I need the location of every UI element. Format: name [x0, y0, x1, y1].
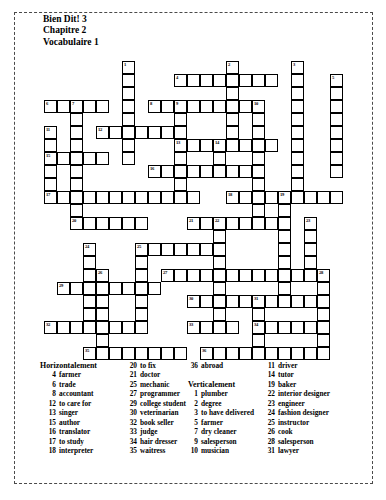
clue-text: doctor: [140, 370, 160, 379]
grid-cell[interactable]: [135, 126, 148, 139]
grid-cell[interactable]: [252, 217, 265, 230]
grid-cell[interactable]: 18: [226, 191, 239, 204]
clue-item: 25mechanic: [121, 380, 185, 389]
grid-cell[interactable]: [291, 100, 304, 113]
grid-cell[interactable]: [252, 74, 265, 87]
grid-cell[interactable]: [122, 321, 135, 334]
grid-cell[interactable]: 16: [148, 165, 161, 178]
grid-cell[interactable]: [213, 347, 226, 360]
clue-text: translator: [59, 427, 90, 436]
grid-cell[interactable]: [174, 191, 187, 204]
grid-cell[interactable]: [122, 113, 135, 126]
clue-number: 3: [182, 408, 198, 417]
grid-cell[interactable]: [83, 100, 96, 113]
grid-cell[interactable]: 7: [70, 100, 83, 113]
grid-cell[interactable]: [135, 295, 148, 308]
across-clues-header: Horizontalement: [40, 361, 124, 370]
grid-cell[interactable]: [44, 178, 57, 191]
grid-cell[interactable]: [83, 191, 96, 204]
grid-cell[interactable]: [122, 347, 135, 360]
grid-cell[interactable]: [239, 139, 252, 152]
grid-cell[interactable]: 6: [44, 100, 57, 113]
grid-cell[interactable]: [278, 256, 291, 269]
grid-cell[interactable]: [148, 347, 161, 360]
grid-cell[interactable]: [213, 243, 226, 256]
grid-cell[interactable]: [187, 74, 200, 87]
grid-cell[interactable]: [213, 152, 226, 165]
grid-cell[interactable]: [70, 321, 83, 334]
grid-cell[interactable]: [148, 243, 161, 256]
grid-cell[interactable]: 13: [174, 139, 187, 152]
grid-cell[interactable]: [265, 269, 278, 282]
worksheet-page: { "game": "crossword", "title_lines": ["…: [0, 0, 386, 500]
grid-cell[interactable]: [83, 217, 96, 230]
grid-cell[interactable]: [278, 282, 291, 295]
grid-cell[interactable]: 34: [252, 321, 265, 334]
grid-cell[interactable]: [174, 347, 187, 360]
grid-cell[interactable]: [148, 191, 161, 204]
grid-cell[interactable]: [252, 113, 265, 126]
grid-cell[interactable]: [278, 347, 291, 360]
grid-cell[interactable]: [135, 217, 148, 230]
grid-cell[interactable]: [291, 87, 304, 100]
clue-text: accountant: [59, 389, 93, 398]
grid-cell[interactable]: [96, 152, 109, 165]
grid-cell[interactable]: 27: [161, 269, 174, 282]
down-clues-header: Verticalement: [182, 380, 262, 389]
grid-cell[interactable]: [278, 321, 291, 334]
grid-cell[interactable]: [187, 100, 200, 113]
grid-cell[interactable]: [135, 308, 148, 321]
grid-cell[interactable]: [265, 321, 278, 334]
grid-cell[interactable]: [291, 269, 304, 282]
grid-cell[interactable]: 3: [291, 61, 304, 74]
grid-cell[interactable]: [304, 230, 317, 243]
clue-item: 8accountant: [40, 389, 124, 398]
grid-cell[interactable]: [226, 87, 239, 100]
grid-cell[interactable]: 32: [44, 321, 57, 334]
grid-cell[interactable]: [83, 152, 96, 165]
grid-cell[interactable]: [252, 139, 265, 152]
clue-item: 17to study: [40, 437, 124, 446]
grid-cell[interactable]: [213, 321, 226, 334]
grid-cell[interactable]: [187, 139, 200, 152]
title-line-1: Bien Dit! 3: [43, 14, 99, 25]
grid-cell[interactable]: [304, 347, 317, 360]
grid-cell[interactable]: 33: [187, 321, 200, 334]
grid-cell[interactable]: [265, 74, 278, 87]
grid-cell[interactable]: [291, 347, 304, 360]
grid-cell[interactable]: [252, 204, 265, 217]
clue-item: 36abroad: [182, 361, 262, 370]
grid-cell[interactable]: [83, 282, 96, 295]
grid-cell[interactable]: [70, 165, 83, 178]
grid-cell[interactable]: 8: [148, 100, 161, 113]
grid-cell[interactable]: [226, 100, 239, 113]
grid-cell[interactable]: [239, 217, 252, 230]
clue-number: 18: [40, 446, 56, 455]
grid-cell[interactable]: [213, 74, 226, 87]
grid-cell[interactable]: 35: [83, 347, 96, 360]
grid-cell[interactable]: 4: [174, 74, 187, 87]
grid-cell[interactable]: [213, 256, 226, 269]
grid-cell[interactable]: [174, 113, 187, 126]
grid-cell[interactable]: [135, 321, 148, 334]
grid-cell[interactable]: [161, 100, 174, 113]
grid-cell[interactable]: [226, 295, 239, 308]
grid-cell[interactable]: [200, 243, 213, 256]
clue-item: 29college student: [121, 399, 185, 408]
grid-cell[interactable]: [122, 100, 135, 113]
grid-cell[interactable]: 17: [44, 191, 57, 204]
grid-cell[interactable]: [317, 321, 330, 334]
grid-cell[interactable]: [330, 139, 343, 152]
cell-number: 36: [202, 348, 206, 353]
cell-number: 33: [189, 322, 193, 327]
grid-cell[interactable]: [70, 139, 83, 152]
grid-cell[interactable]: [291, 139, 304, 152]
grid-cell[interactable]: [122, 126, 135, 139]
grid-cell[interactable]: [304, 269, 317, 282]
grid-cell[interactable]: [239, 191, 252, 204]
grid-cell[interactable]: [265, 347, 278, 360]
grid-cell[interactable]: [330, 165, 343, 178]
grid-cell[interactable]: [226, 126, 239, 139]
grid-cell[interactable]: [226, 165, 239, 178]
grid-cell[interactable]: [44, 165, 57, 178]
grid-cell[interactable]: [96, 347, 109, 360]
grid-cell[interactable]: [200, 321, 213, 334]
grid-cell[interactable]: [252, 178, 265, 191]
grid-cell[interactable]: 24: [83, 243, 96, 256]
grid-cell[interactable]: [239, 269, 252, 282]
clue-text: engineer: [278, 399, 305, 408]
grid-cell[interactable]: 23: [304, 217, 317, 230]
grid-cell[interactable]: [330, 126, 343, 139]
grid-cell[interactable]: [213, 295, 226, 308]
grid-cell[interactable]: [278, 204, 291, 217]
grid-cell[interactable]: [265, 191, 278, 204]
clue-number: 1: [182, 389, 198, 398]
grid-cell[interactable]: [278, 243, 291, 256]
clue-item: 27programmer: [121, 389, 185, 398]
grid-cell[interactable]: [109, 217, 122, 230]
grid-cell[interactable]: [83, 308, 96, 321]
grid-cell[interactable]: [148, 282, 161, 295]
grid-cell[interactable]: [213, 165, 226, 178]
grid-cell[interactable]: 28: [317, 269, 330, 282]
grid-cell[interactable]: [291, 178, 304, 191]
clue-number: 25: [121, 380, 137, 389]
clue-number: 6: [40, 380, 56, 389]
grid-cell[interactable]: [57, 191, 70, 204]
grid-cell[interactable]: [304, 295, 317, 308]
grid-cell[interactable]: [330, 191, 343, 204]
grid-cell[interactable]: [252, 165, 265, 178]
grid-cell[interactable]: [317, 334, 330, 347]
clue-number: 20: [121, 361, 137, 370]
grid-cell[interactable]: [122, 87, 135, 100]
grid-cell[interactable]: [291, 295, 304, 308]
grid-cell[interactable]: [226, 74, 239, 87]
grid-cell[interactable]: [96, 321, 109, 334]
grid-cell[interactable]: [109, 191, 122, 204]
worksheet-title: Bien Dit! 3 Chapitre 2 Vocabulaire 1: [43, 14, 99, 48]
grid-cell[interactable]: 2: [226, 61, 239, 74]
clue-item: 18interpreter: [40, 446, 124, 455]
grid-cell[interactable]: [96, 100, 109, 113]
grid-cell[interactable]: [330, 87, 343, 100]
grid-cell[interactable]: [161, 243, 174, 256]
grid-cell[interactable]: [291, 113, 304, 126]
clue-item: 12to care for: [40, 399, 124, 408]
grid-cell[interactable]: 5: [330, 74, 343, 87]
grid-cell[interactable]: [239, 165, 252, 178]
grid-cell[interactable]: 20: [70, 217, 83, 230]
cell-number: 13: [176, 140, 180, 145]
grid-cell[interactable]: 22: [213, 217, 226, 230]
grid-cell[interactable]: [226, 347, 239, 360]
grid-cell[interactable]: 21: [187, 217, 200, 230]
grid-cell[interactable]: [135, 191, 148, 204]
grid-cell[interactable]: [70, 282, 83, 295]
grid-cell[interactable]: [135, 269, 148, 282]
grid-cell[interactable]: [57, 152, 70, 165]
grid-cell[interactable]: [122, 217, 135, 230]
grid-cell[interactable]: [291, 152, 304, 165]
grid-cell[interactable]: [226, 217, 239, 230]
grid-cell[interactable]: [122, 282, 135, 295]
grid-cell[interactable]: [96, 308, 109, 321]
cell-number: 14: [215, 140, 219, 145]
grid-cell[interactable]: [200, 74, 213, 87]
grid-cell[interactable]: [252, 334, 265, 347]
grid-cell[interactable]: [122, 152, 135, 165]
clue-item: 10musician: [182, 446, 262, 455]
grid-cell[interactable]: [226, 113, 239, 126]
grid-cell[interactable]: [70, 191, 83, 204]
grid-cell[interactable]: [96, 191, 109, 204]
grid-cell[interactable]: [187, 191, 200, 204]
grid-cell[interactable]: [291, 165, 304, 178]
grid-cell[interactable]: [213, 100, 226, 113]
cell-number: 34: [254, 322, 258, 327]
grid-cell[interactable]: [70, 126, 83, 139]
grid-cell[interactable]: [83, 269, 96, 282]
grid-cell[interactable]: [174, 243, 187, 256]
grid-cell[interactable]: [109, 347, 122, 360]
clue-number: 12: [40, 399, 56, 408]
grid-cell[interactable]: [304, 256, 317, 269]
grid-cell[interactable]: [174, 152, 187, 165]
grid-cell[interactable]: [96, 295, 109, 308]
grid-cell[interactable]: [148, 126, 161, 139]
clue-number: 35: [121, 446, 137, 455]
grid-cell[interactable]: 14: [213, 139, 226, 152]
clue-text: to study: [59, 437, 84, 446]
clue-item: 9salesperson: [182, 437, 262, 446]
clue-text: programmer: [140, 389, 180, 398]
grid-cell[interactable]: [239, 347, 252, 360]
grid-cell[interactable]: [57, 321, 70, 334]
grid-cell[interactable]: [278, 269, 291, 282]
cell-number: 21: [189, 218, 193, 223]
clue-number: 27: [121, 389, 137, 398]
clue-item: 7dry cleaner: [182, 427, 262, 436]
grid-cell[interactable]: 29: [57, 282, 70, 295]
clue-number: 8: [40, 389, 56, 398]
grid-cell[interactable]: [161, 126, 174, 139]
cell-number: 2: [228, 62, 230, 67]
grid-cell[interactable]: [200, 100, 213, 113]
grid-cell[interactable]: [161, 191, 174, 204]
cell-number: 9: [176, 101, 178, 106]
grid-cell[interactable]: 30: [187, 295, 200, 308]
grid-cell[interactable]: 26: [96, 269, 109, 282]
grid-cell[interactable]: [161, 347, 174, 360]
grid-cell[interactable]: [304, 191, 317, 204]
grid-cell[interactable]: [161, 165, 174, 178]
grid-cell[interactable]: [317, 191, 330, 204]
grid-cell[interactable]: [239, 74, 252, 87]
grid-cell[interactable]: 31: [252, 295, 265, 308]
grid-cell[interactable]: [174, 126, 187, 139]
grid-cell[interactable]: [278, 295, 291, 308]
grid-cell[interactable]: [109, 126, 122, 139]
grid-cell[interactable]: 9: [174, 100, 187, 113]
cell-number: 30: [189, 296, 193, 301]
grid-cell[interactable]: [44, 139, 57, 152]
grid-cell[interactable]: [200, 269, 213, 282]
grid-cell[interactable]: [252, 269, 265, 282]
grid-cell[interactable]: [239, 295, 252, 308]
grid-cell[interactable]: [187, 165, 200, 178]
grid-cell[interactable]: [213, 269, 226, 282]
clue-number: 31: [259, 446, 275, 455]
grid-cell[interactable]: [96, 282, 109, 295]
grid-cell[interactable]: 1: [122, 61, 135, 74]
grid-cell[interactable]: [70, 113, 83, 126]
grid-cell[interactable]: [291, 321, 304, 334]
grid-cell[interactable]: [317, 308, 330, 321]
grid-cell[interactable]: [239, 100, 252, 113]
cell-number: 25: [137, 244, 141, 249]
grid-cell[interactable]: [330, 113, 343, 126]
clue-text: to fix: [140, 361, 156, 370]
grid-cell[interactable]: [252, 308, 265, 321]
grid-cell[interactable]: [278, 230, 291, 243]
grid-cell[interactable]: [252, 152, 265, 165]
grid-cell[interactable]: [265, 217, 278, 230]
grid-cell[interactable]: [252, 347, 265, 360]
grid-cell[interactable]: [109, 321, 122, 334]
grid-cell[interactable]: [200, 139, 213, 152]
grid-cell[interactable]: [200, 295, 213, 308]
grid-cell[interactable]: [135, 282, 148, 295]
grid-cell[interactable]: [174, 165, 187, 178]
grid-cell[interactable]: 15: [44, 152, 57, 165]
grid-cell[interactable]: [57, 100, 70, 113]
grid-cell[interactable]: [174, 269, 187, 282]
grid-cell[interactable]: [226, 321, 239, 334]
grid-cell[interactable]: [291, 126, 304, 139]
grid-cell[interactable]: [291, 191, 304, 204]
grid-cell[interactable]: [252, 191, 265, 204]
grid-cell[interactable]: [252, 126, 265, 139]
grid-cell[interactable]: 11: [44, 126, 57, 139]
cell-number: 15: [46, 153, 50, 158]
grid-cell[interactable]: [96, 217, 109, 230]
grid-cell[interactable]: [200, 217, 213, 230]
grid-cell[interactable]: [278, 217, 291, 230]
grid-cell[interactable]: [226, 139, 239, 152]
clue-text: judge: [140, 427, 157, 436]
grid-cell[interactable]: [200, 165, 213, 178]
grid-cell[interactable]: [304, 243, 317, 256]
grid-cell[interactable]: [135, 256, 148, 269]
clue-number: 36: [182, 361, 198, 370]
clue-number: 11: [259, 361, 275, 370]
grid-cell[interactable]: 25: [135, 243, 148, 256]
clue-number: 5: [182, 418, 198, 427]
grid-cell[interactable]: [135, 347, 148, 360]
grid-cell[interactable]: [317, 295, 330, 308]
clue-item: 28salesperson: [259, 437, 345, 446]
grid-cell[interactable]: [226, 269, 239, 282]
grid-cell[interactable]: [70, 152, 83, 165]
grid-cell[interactable]: [109, 282, 122, 295]
grid-cell[interactable]: [317, 347, 330, 360]
cell-number: 17: [46, 192, 50, 197]
grid-cell[interactable]: [83, 256, 96, 269]
grid-cell[interactable]: 10: [252, 100, 265, 113]
clue-text: fashion designer: [278, 408, 329, 417]
grid-cell[interactable]: [213, 308, 226, 321]
grid-cell[interactable]: 19: [278, 191, 291, 204]
grid-cell[interactable]: [122, 139, 135, 152]
grid-cell[interactable]: 36: [200, 347, 213, 360]
clue-text: driver: [278, 361, 297, 370]
grid-cell[interactable]: [70, 178, 83, 191]
grid-cell[interactable]: [213, 230, 226, 243]
grid-cell[interactable]: [174, 178, 187, 191]
grid-cell[interactable]: [330, 100, 343, 113]
grid-cell[interactable]: [213, 282, 226, 295]
clue-text: interpreter: [59, 446, 93, 455]
grid-cell[interactable]: [330, 152, 343, 165]
grid-cell[interactable]: [265, 295, 278, 308]
clue-number: 2: [182, 399, 198, 408]
clue-list-spacer: [182, 370, 262, 379]
clue-text: salesperson: [201, 437, 237, 446]
grid-cell[interactable]: [265, 139, 278, 152]
grid-cell[interactable]: [317, 282, 330, 295]
grid-cell[interactable]: [122, 74, 135, 87]
grid-cell[interactable]: [70, 204, 83, 217]
grid-cell[interactable]: [122, 191, 135, 204]
grid-cell[interactable]: [304, 321, 317, 334]
grid-cell[interactable]: 12: [96, 126, 109, 139]
clue-text: baker: [278, 380, 296, 389]
grid-cell[interactable]: [96, 334, 109, 347]
grid-cell[interactable]: [83, 295, 96, 308]
grid-cell[interactable]: [187, 269, 200, 282]
grid-cell[interactable]: [187, 243, 200, 256]
grid-cell[interactable]: [291, 74, 304, 87]
cell-number: 23: [306, 218, 310, 223]
clue-text: waitress: [140, 446, 165, 455]
grid-cell[interactable]: [83, 321, 96, 334]
